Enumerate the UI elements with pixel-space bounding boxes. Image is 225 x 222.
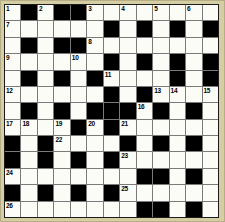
white-cell-6-5[interactable] [71,87,86,102]
white-cell-3-6[interactable]: 8 [87,38,102,53]
white-cell-9-11[interactable] [170,136,185,151]
black-cell-11-10 [153,169,168,184]
white-cell-13-2[interactable] [21,202,36,217]
black-cell-4-7 [104,54,119,69]
white-cell-9-2[interactable] [21,136,36,151]
white-cell-8-12[interactable] [186,120,201,135]
black-cell-9-1 [5,136,20,151]
clue-number-21: 21 [121,120,128,127]
white-cell-9-7[interactable] [104,136,119,151]
white-cell-8-3[interactable] [38,120,53,135]
white-cell-5-9[interactable] [137,71,152,86]
white-cell-3-3[interactable] [38,38,53,53]
white-cell-2-6[interactable] [87,21,102,36]
white-cell-4-6[interactable] [87,54,102,69]
clue-number-15: 15 [204,87,211,94]
white-cell-13-1[interactable]: 26 [5,202,20,217]
white-cell-2-3[interactable] [38,21,53,36]
white-cell-6-2[interactable] [21,87,36,102]
black-cell-7-8 [120,103,135,118]
white-cell-9-4[interactable]: 22 [54,136,69,151]
clue-number-1: 1 [6,5,9,12]
white-cell-12-2[interactable] [21,185,36,200]
black-cell-2-7 [104,21,119,36]
white-cell-5-12[interactable] [186,71,201,86]
black-cell-1-5 [71,5,86,20]
crossword-board-frame: 1234567891011121314151617181920212223242… [0,0,225,222]
black-cell-6-7 [104,87,119,102]
black-cell-13-9 [137,202,152,217]
white-cell-1-1[interactable]: 1 [5,5,20,20]
white-cell-4-3[interactable] [38,54,53,69]
clue-number-5: 5 [154,5,157,12]
white-cell-3-11[interactable] [170,38,185,53]
white-cell-2-1[interactable]: 7 [5,21,20,36]
white-cell-13-7[interactable] [104,202,119,217]
white-cell-7-1[interactable] [5,103,20,118]
black-cell-3-2 [21,38,36,53]
white-cell-11-3[interactable] [38,169,53,184]
white-cell-13-3[interactable] [38,202,53,217]
white-cell-10-8[interactable]: 23 [120,152,135,167]
black-cell-10-1 [5,152,20,167]
white-cell-13-4[interactable] [54,202,69,217]
white-cell-10-12[interactable] [186,152,201,167]
white-cell-10-4[interactable] [54,152,69,167]
black-cell-7-7 [104,103,119,118]
clue-number-17: 17 [6,120,13,127]
clue-number-25: 25 [121,185,128,192]
white-cell-4-8[interactable] [120,54,135,69]
white-cell-6-4[interactable] [54,87,69,102]
black-cell-9-8 [120,136,135,151]
white-cell-8-10[interactable] [153,120,168,135]
black-cell-4-13 [203,54,218,69]
black-cell-5-2 [21,71,36,86]
white-cell-6-1[interactable]: 12 [5,87,20,102]
black-cell-9-12 [186,136,201,151]
white-cell-9-5[interactable] [71,136,86,151]
black-cell-10-7 [104,152,119,167]
white-cell-11-11[interactable] [170,169,185,184]
white-cell-7-9[interactable]: 16 [137,103,152,118]
white-cell-1-12[interactable]: 6 [186,5,201,20]
black-cell-8-7 [104,120,119,135]
clue-number-3: 3 [88,5,91,12]
white-cell-10-6[interactable] [87,152,102,167]
white-cell-10-9[interactable] [137,152,152,167]
clue-number-4: 4 [121,5,124,12]
white-cell-4-5[interactable]: 10 [71,54,86,69]
clue-number-13: 13 [154,87,161,94]
black-cell-10-3 [38,152,53,167]
black-cell-13-10 [153,202,168,217]
white-cell-7-5[interactable] [71,103,86,118]
white-cell-3-1[interactable] [5,38,20,53]
black-cell-4-11 [170,54,185,69]
white-cell-11-1[interactable]: 24 [5,169,20,184]
black-cell-12-3 [38,185,53,200]
white-cell-12-6[interactable] [87,185,102,200]
white-cell-12-13[interactable] [203,185,218,200]
black-cell-13-12 [186,202,201,217]
black-cell-5-4 [54,71,69,86]
black-cell-5-13 [203,71,218,86]
white-cell-2-10[interactable] [153,21,168,36]
white-cell-7-11[interactable] [170,103,185,118]
white-cell-13-11[interactable] [170,202,185,217]
white-cell-12-8[interactable]: 25 [120,185,135,200]
clue-number-14: 14 [171,87,178,94]
clue-number-24: 24 [6,169,13,176]
clue-number-20: 20 [88,120,95,127]
white-cell-1-7[interactable] [104,5,119,20]
white-cell-3-13[interactable] [203,38,218,53]
black-cell-10-5 [71,152,86,167]
clue-number-2: 2 [39,5,42,12]
black-cell-5-6 [87,71,102,86]
white-cell-4-4[interactable] [54,54,69,69]
white-cell-12-10[interactable] [153,185,168,200]
clue-number-9: 9 [6,54,9,61]
clue-number-12: 12 [6,87,13,94]
black-cell-12-5 [71,185,86,200]
white-cell-2-8[interactable] [120,21,135,36]
white-cell-3-12[interactable] [186,38,201,53]
white-cell-8-4[interactable]: 19 [54,120,69,135]
clue-number-7: 7 [6,21,9,28]
white-cell-12-11[interactable] [170,185,185,200]
black-cell-9-10 [153,136,168,151]
white-cell-8-9[interactable] [137,120,152,135]
white-cell-1-11[interactable] [170,5,185,20]
clue-number-18: 18 [22,120,29,127]
black-cell-7-12 [186,103,201,118]
crossword-grid: 1234567891011121314151617181920212223242… [4,4,219,218]
clue-number-11: 11 [105,71,111,78]
black-cell-3-4 [54,38,69,53]
black-cell-1-2 [21,5,36,20]
black-cell-12-1 [5,185,20,200]
white-cell-11-13[interactable] [203,169,218,184]
black-cell-7-6 [87,103,102,118]
clue-number-19: 19 [55,120,62,127]
clue-number-8: 8 [88,38,91,45]
black-cell-5-11 [170,71,185,86]
white-cell-5-3[interactable] [38,71,53,86]
black-cell-1-4 [54,5,69,20]
white-cell-3-9[interactable] [137,38,152,53]
white-cell-12-9[interactable] [137,185,152,200]
white-cell-10-11[interactable] [170,152,185,167]
white-cell-13-5[interactable] [71,202,86,217]
white-cell-1-3[interactable]: 2 [38,5,53,20]
white-cell-11-7[interactable] [104,169,119,184]
clue-number-22: 22 [55,136,62,143]
white-cell-7-13[interactable] [203,103,218,118]
white-cell-5-7[interactable]: 11 [104,71,119,86]
white-cell-4-10[interactable] [153,54,168,69]
white-cell-6-8[interactable] [120,87,135,102]
white-cell-8-2[interactable]: 18 [21,120,36,135]
white-cell-7-3[interactable] [38,103,53,118]
black-cell-6-9 [137,87,152,102]
clue-number-23: 23 [121,152,128,159]
white-cell-11-5[interactable] [71,169,86,184]
white-cell-2-12[interactable] [186,21,201,36]
white-cell-3-7[interactable] [104,38,119,53]
white-cell-8-8[interactable]: 21 [120,120,135,135]
white-cell-10-2[interactable] [21,152,36,167]
white-cell-5-8[interactable] [120,71,135,86]
white-cell-2-4[interactable] [54,21,69,36]
white-cell-10-13[interactable] [203,152,218,167]
white-cell-9-9[interactable] [137,136,152,151]
white-cell-8-13[interactable] [203,120,218,135]
clue-number-16: 16 [138,103,145,110]
white-cell-6-6[interactable] [87,87,102,102]
clue-number-6: 6 [187,5,190,12]
white-cell-1-8[interactable]: 4 [120,5,135,20]
white-cell-1-10[interactable]: 5 [153,5,168,20]
clue-number-10: 10 [72,54,79,61]
white-cell-9-13[interactable] [203,136,218,151]
white-cell-11-4[interactable] [54,169,69,184]
black-cell-11-12 [186,169,201,184]
black-cell-2-11 [170,21,185,36]
black-cell-9-3 [38,136,53,151]
white-cell-4-1[interactable]: 9 [5,54,20,69]
white-cell-12-4[interactable] [54,185,69,200]
white-cell-2-5[interactable] [71,21,86,36]
white-cell-6-13[interactable]: 15 [203,87,218,102]
white-cell-3-8[interactable] [120,38,135,53]
white-cell-1-6[interactable]: 3 [87,5,102,20]
white-cell-5-5[interactable] [71,71,86,86]
clue-number-26: 26 [6,202,13,209]
black-cell-3-5 [71,38,86,53]
black-cell-4-9 [137,54,152,69]
white-cell-9-6[interactable] [87,136,102,151]
black-cell-2-13 [203,21,218,36]
white-cell-8-11[interactable] [170,120,185,135]
white-cell-8-6[interactable]: 20 [87,120,102,135]
white-cell-8-1[interactable]: 17 [5,120,20,135]
white-cell-4-2[interactable] [21,54,36,69]
black-cell-7-2 [21,103,36,118]
black-cell-12-7 [104,185,119,200]
white-cell-13-6[interactable] [87,202,102,217]
white-cell-13-13[interactable] [203,202,218,217]
white-cell-6-12[interactable] [186,87,201,102]
black-cell-2-9 [137,21,152,36]
white-cell-1-13[interactable] [203,5,218,20]
white-cell-3-10[interactable] [153,38,168,53]
white-cell-5-1[interactable] [5,71,20,86]
white-cell-4-12[interactable] [186,54,201,69]
black-cell-11-9 [137,169,152,184]
white-cell-5-10[interactable] [153,71,168,86]
white-cell-11-8[interactable] [120,169,135,184]
white-cell-6-10[interactable]: 13 [153,87,168,102]
black-cell-7-10 [153,103,168,118]
white-cell-12-12[interactable] [186,185,201,200]
white-cell-6-3[interactable] [38,87,53,102]
black-cell-7-4 [54,103,69,118]
white-cell-10-10[interactable] [153,152,168,167]
white-cell-11-2[interactable] [21,169,36,184]
white-cell-13-8[interactable] [120,202,135,217]
white-cell-1-9[interactable] [137,5,152,20]
white-cell-6-11[interactable]: 14 [170,87,185,102]
white-cell-2-2[interactable] [21,21,36,36]
black-cell-8-5 [71,120,86,135]
white-cell-11-6[interactable] [87,169,102,184]
